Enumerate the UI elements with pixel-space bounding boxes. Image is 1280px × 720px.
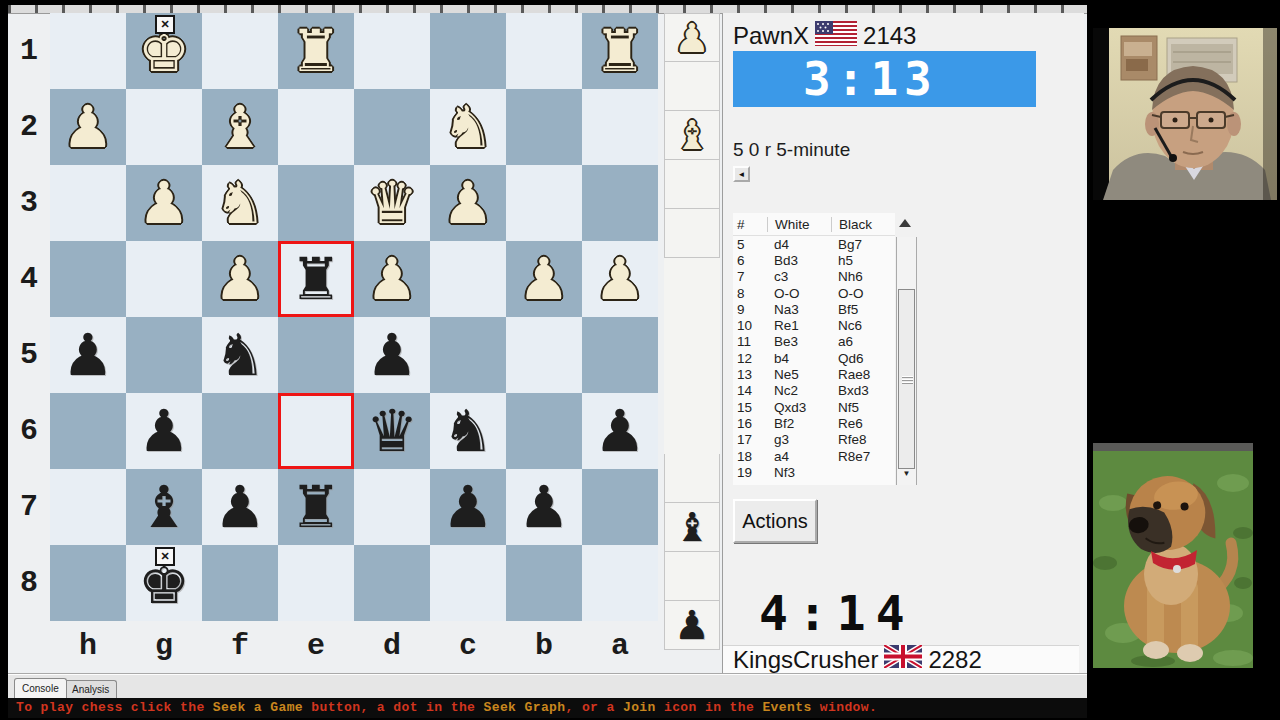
move-white[interactable]: a4: [767, 449, 831, 464]
square-f2[interactable]: ♝: [202, 89, 278, 165]
move-white[interactable]: Nf3: [767, 465, 831, 480]
black-bishop: ♝: [674, 503, 710, 551]
square-a4[interactable]: ♟: [582, 241, 658, 317]
square-a3[interactable]: [582, 165, 658, 241]
rank-label-8: 8: [8, 545, 50, 621]
rank-label-5: 5: [8, 317, 50, 393]
square-f3[interactable]: ♞: [202, 165, 278, 241]
move-white[interactable]: Bd3: [767, 253, 831, 268]
tray-empty-cell: [664, 62, 720, 111]
file-label-h: h: [50, 621, 126, 671]
game-info-panel: PawnX 2143 3:13 5 0 r 5-minute ◄: [722, 13, 1084, 675]
square-g8[interactable]: ♚✕: [126, 545, 202, 621]
captured-pieces-tray: ♟♝♝♟: [664, 13, 722, 650]
top-player-rating: 2143: [863, 22, 916, 50]
move-white[interactable]: Bf2: [767, 416, 831, 431]
white-pawn: ♟: [594, 241, 646, 317]
black-pawn: ♟: [674, 601, 710, 649]
console-text-segment: , or a: [566, 700, 623, 715]
console-text-segment: Events: [762, 700, 811, 715]
move-white[interactable]: c3: [767, 269, 831, 284]
white-rook: ♜: [290, 13, 342, 89]
square-c4[interactable]: [430, 241, 506, 317]
scrollbar-thumb[interactable]: [898, 289, 915, 469]
black-pawn: ♟: [594, 393, 646, 469]
move-number[interactable]: 10: [733, 318, 767, 333]
us-flag-icon: [815, 21, 857, 52]
square-f6[interactable]: [202, 393, 278, 469]
tray-empty-cell: [664, 258, 720, 307]
rank-label-1: 1: [8, 13, 50, 89]
square-d1[interactable]: [354, 13, 430, 89]
white-column-header[interactable]: White: [767, 217, 831, 232]
square-d5[interactable]: ♟: [354, 317, 430, 393]
move-black[interactable]: Nf5: [831, 400, 891, 415]
move-row[interactable]: 13Ne5Rae8: [733, 366, 895, 382]
console-text-segment: Seek a Game: [213, 700, 303, 715]
square-h8[interactable]: [50, 545, 126, 621]
move-number[interactable]: 15: [733, 400, 767, 415]
square-a2[interactable]: [582, 89, 658, 165]
tray-empty-cell: [664, 356, 720, 405]
square-e7[interactable]: ♜: [278, 469, 354, 545]
square-c5[interactable]: [430, 317, 506, 393]
square-g5[interactable]: [126, 317, 202, 393]
square-b7[interactable]: ♟: [506, 469, 582, 545]
square-g4[interactable]: [126, 241, 202, 317]
square-b2[interactable]: [506, 89, 582, 165]
square-e1[interactable]: ♜: [278, 13, 354, 89]
move-number[interactable]: 8: [733, 286, 767, 301]
move-white[interactable]: g3: [767, 432, 831, 447]
move-list-scrollbar[interactable]: ▼: [896, 237, 917, 485]
actions-button[interactable]: Actions: [733, 499, 817, 543]
move-black[interactable]: Rae8: [831, 367, 891, 382]
black-knight: ♞: [442, 393, 494, 469]
square-b3[interactable]: [506, 165, 582, 241]
square-c8[interactable]: [430, 545, 506, 621]
bottom-player-row: KingsCrusher 2282: [723, 645, 1079, 673]
dog-photo: [1093, 443, 1253, 668]
king-x-marker: ✕: [155, 547, 175, 566]
white-rook: ♜: [594, 13, 646, 89]
square-c7[interactable]: ♟: [430, 469, 506, 545]
move-black[interactable]: Qd6: [831, 351, 891, 366]
white-pawn: ♟: [518, 241, 570, 317]
move-row[interactable]: 19Nf3: [733, 464, 895, 480]
tray-piece-bB: ♝: [664, 503, 720, 552]
bottom-player-name: KingsCrusher: [733, 646, 878, 674]
black-pawn: ♟: [366, 317, 418, 393]
uk-flag-icon: [884, 645, 922, 674]
king-x-marker: ✕: [155, 15, 175, 34]
move-row[interactable]: 14Nc2Bxd3: [733, 383, 895, 399]
move-list: # White Black 5d4Bg76Bd3h57c3Nh68O-OO-O9…: [733, 213, 895, 485]
tray-empty-cell: [664, 209, 720, 258]
move-white[interactable]: Qxd3: [767, 400, 831, 415]
tray-empty-cell: [664, 454, 720, 503]
square-f8[interactable]: [202, 545, 278, 621]
square-c1[interactable]: [430, 13, 506, 89]
square-d7[interactable]: [354, 469, 430, 545]
file-label-a: a: [582, 621, 658, 671]
square-f5[interactable]: ♞: [202, 317, 278, 393]
move-row[interactable]: 7c3Nh6: [733, 269, 895, 285]
square-h2[interactable]: ♟: [50, 89, 126, 165]
black-rook: ♜: [290, 241, 342, 317]
rank-label-2: 2: [8, 89, 50, 165]
move-black[interactable]: Re6: [831, 416, 891, 431]
file-label-e: e: [278, 621, 354, 671]
move-number[interactable]: 9: [733, 302, 767, 317]
tray-empty-cell: [664, 307, 720, 356]
move-number[interactable]: 12: [733, 351, 767, 366]
rank-labels: 12345678: [8, 13, 50, 621]
move-white[interactable]: Na3: [767, 302, 831, 317]
move-white[interactable]: O-O: [767, 286, 831, 301]
bottom-player-clock: 4:14: [759, 585, 915, 641]
move-white[interactable]: Ne5: [767, 367, 831, 382]
move-black[interactable]: R8e7: [831, 449, 891, 464]
square-g1[interactable]: ♚✕: [126, 13, 202, 89]
black-pawn: ♟: [138, 393, 190, 469]
file-label-d: d: [354, 621, 430, 671]
tray-piece-wP: ♟: [664, 13, 720, 62]
white-pawn: ♟: [214, 241, 266, 317]
move-white[interactable]: Nc2: [767, 383, 831, 398]
move-black[interactable]: O-O: [831, 286, 891, 301]
square-b6[interactable]: [506, 393, 582, 469]
move-list-rows: 5d4Bg76Bd3h57c3Nh68O-OO-O9Na3Bf510Re1Nc6…: [733, 236, 895, 480]
square-e5[interactable]: [278, 317, 354, 393]
file-label-b: b: [506, 621, 582, 671]
square-h7[interactable]: [50, 469, 126, 545]
move-row[interactable]: 16Bf2Re6: [733, 415, 895, 431]
move-black[interactable]: Bg7: [831, 237, 891, 252]
move-number[interactable]: 16: [733, 416, 767, 431]
white-bishop: ♝: [674, 111, 710, 159]
rank-label-4: 4: [8, 241, 50, 317]
move-row[interactable]: 11Be3a6: [733, 334, 895, 350]
white-knight: ♞: [442, 89, 494, 165]
square-a7[interactable]: [582, 469, 658, 545]
scrollbar-down-arrow[interactable]: ▼: [898, 463, 915, 483]
console-text-segment: Join: [623, 700, 656, 715]
move-number[interactable]: 11: [733, 334, 767, 349]
white-pawn: ♟: [138, 165, 190, 241]
white-pawn: ♟: [674, 14, 710, 62]
move-black[interactable]: Nh6: [831, 269, 891, 284]
square-h5[interactable]: ♟: [50, 317, 126, 393]
tab-analysis[interactable]: Analysis: [64, 680, 117, 698]
square-b8[interactable]: [506, 545, 582, 621]
move-row[interactable]: 9Na3Bf5: [733, 301, 895, 317]
black-pawn: ♟: [214, 469, 266, 545]
black-queen: ♛: [366, 393, 418, 469]
move-white[interactable]: d4: [767, 237, 831, 252]
move-white[interactable]: b4: [767, 351, 831, 366]
square-d8[interactable]: [354, 545, 430, 621]
console-output-line: To play chess click the Seek a Game butt…: [8, 698, 1087, 718]
square-e8[interactable]: [278, 545, 354, 621]
tray-piece-bP: ♟: [664, 601, 720, 650]
move-black[interactable]: h5: [831, 253, 891, 268]
white-queen: ♛: [366, 165, 418, 241]
move-number-header[interactable]: #: [733, 217, 767, 232]
square-b1[interactable]: [506, 13, 582, 89]
move-row[interactable]: 6Bd3h5: [733, 252, 895, 268]
move-black[interactable]: Bxd3: [831, 383, 891, 398]
square-d4[interactable]: ♟: [354, 241, 430, 317]
rank-label-3: 3: [8, 165, 50, 241]
chess-board: ♚✕♜♜♟♝♞♟♞♛♟♟♜♟♟♟♟♞♟♟♛♞♟♝♟♜♟♟♚✕: [50, 13, 658, 621]
move-list-header: # White Black: [733, 213, 895, 236]
square-c6[interactable]: ♞: [430, 393, 506, 469]
square-d2[interactable]: [354, 89, 430, 165]
move-number[interactable]: 6: [733, 253, 767, 268]
black-column-header[interactable]: Black: [831, 217, 891, 232]
square-a1[interactable]: ♜: [582, 13, 658, 89]
square-g3[interactable]: ♟: [126, 165, 202, 241]
file-label-c: c: [430, 621, 506, 671]
console-text-segment: Seek Graph: [484, 700, 566, 715]
bottom-tab-strip: Console Analysis: [8, 673, 1087, 700]
bottom-player-rating: 2282: [928, 646, 981, 674]
move-black[interactable]: a6: [831, 334, 891, 349]
square-d3[interactable]: ♛: [354, 165, 430, 241]
square-d6[interactable]: ♛: [354, 393, 430, 469]
square-g2[interactable]: [126, 89, 202, 165]
square-a6[interactable]: ♟: [582, 393, 658, 469]
move-row[interactable]: 15Qxd3Nf5: [733, 399, 895, 415]
white-knight: ♞: [214, 165, 266, 241]
console-text-segment: icon in the: [656, 700, 763, 715]
square-e6[interactable]: [278, 393, 354, 469]
white-pawn: ♟: [442, 165, 494, 241]
sort-arrow-icon[interactable]: [899, 219, 911, 227]
move-number[interactable]: 18: [733, 449, 767, 464]
console-text-segment: button, a dot in the: [303, 700, 483, 715]
square-a8[interactable]: [582, 545, 658, 621]
square-f1[interactable]: [202, 13, 278, 89]
tray-empty-cell: [664, 552, 720, 601]
move-row[interactable]: 8O-OO-O: [733, 285, 895, 301]
top-player-row: PawnX 2143: [733, 21, 916, 51]
top-player-name: PawnX: [733, 22, 809, 50]
move-number[interactable]: 19: [733, 465, 767, 480]
file-label-f: f: [202, 621, 278, 671]
black-knight: ♞: [214, 317, 266, 393]
square-f7[interactable]: ♟: [202, 469, 278, 545]
move-number[interactable]: 7: [733, 269, 767, 284]
move-number[interactable]: 14: [733, 383, 767, 398]
scrollbar-grip: [902, 376, 913, 384]
top-player-clock: 3:13: [733, 51, 1036, 107]
square-b5[interactable]: [506, 317, 582, 393]
move-row[interactable]: 10Re1Nc6: [733, 317, 895, 333]
square-e4[interactable]: ♜: [278, 241, 354, 317]
move-row[interactable]: 18a4R8e7: [733, 448, 895, 464]
collapse-button[interactable]: ◄: [733, 166, 750, 182]
black-bishop: ♝: [138, 469, 190, 545]
tray-piece-wB: ♝: [664, 111, 720, 160]
square-a5[interactable]: [582, 317, 658, 393]
move-black[interactable]: Nc6: [831, 318, 891, 333]
square-g6[interactable]: ♟: [126, 393, 202, 469]
move-white[interactable]: Be3: [767, 334, 831, 349]
chess-app-window: 12345678 ♚✕♜♜♟♝♞♟♞♛♟♟♜♟♟♟♟♞♟♟♛♞♟♝♟♜♟♟♚✕ …: [8, 5, 1087, 718]
square-g7[interactable]: ♝: [126, 469, 202, 545]
tray-empty-cell: [664, 160, 720, 209]
move-row[interactable]: 17g3Rfe8: [733, 432, 895, 448]
move-number[interactable]: 13: [733, 367, 767, 382]
webcam-video: [1093, 28, 1277, 200]
rank-label-6: 6: [8, 393, 50, 469]
black-pawn: ♟: [442, 469, 494, 545]
square-h3[interactable]: [50, 165, 126, 241]
black-pawn: ♟: [518, 469, 570, 545]
move-black[interactable]: Bf5: [831, 302, 891, 317]
tray-empty-cell: [664, 405, 720, 454]
black-rook: ♜: [290, 469, 342, 545]
tab-console[interactable]: Console: [14, 678, 67, 698]
file-labels: hgfedcba: [50, 621, 658, 671]
square-h6[interactable]: [50, 393, 126, 469]
move-white[interactable]: Re1: [767, 318, 831, 333]
console-text-segment: To play chess click the: [16, 700, 213, 715]
square-e2[interactable]: [278, 89, 354, 165]
white-pawn: ♟: [62, 89, 114, 165]
move-black[interactable]: Rfe8: [831, 432, 891, 447]
square-e3[interactable]: [278, 165, 354, 241]
square-c3[interactable]: ♟: [430, 165, 506, 241]
move-row[interactable]: 12b4Qd6: [733, 350, 895, 366]
black-pawn: ♟: [62, 317, 114, 393]
square-h4[interactable]: [50, 241, 126, 317]
console-text-segment: window.: [812, 700, 878, 715]
white-pawn: ♟: [366, 241, 418, 317]
square-f4[interactable]: ♟: [202, 241, 278, 317]
square-c2[interactable]: ♞: [430, 89, 506, 165]
move-number[interactable]: 17: [733, 432, 767, 447]
file-label-g: g: [126, 621, 202, 671]
rank-label-7: 7: [8, 469, 50, 545]
square-b4[interactable]: ♟: [506, 241, 582, 317]
move-number[interactable]: 5: [733, 237, 767, 252]
move-row[interactable]: 5d4Bg7: [733, 236, 895, 252]
white-bishop: ♝: [214, 89, 266, 165]
game-type-label: 5 0 r 5-minute: [733, 139, 850, 161]
square-h1[interactable]: [50, 13, 126, 89]
